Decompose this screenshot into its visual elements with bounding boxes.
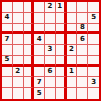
- sudoku-cell-r1c2[interactable]: [13, 2, 24, 13]
- sudoku-cell-r8c6[interactable]: [56, 77, 67, 88]
- sudoku-cell-r6c9[interactable]: [88, 56, 99, 67]
- sudoku-cell-r9c1[interactable]: [2, 88, 13, 99]
- sudoku-cell-r5c6[interactable]: [56, 45, 67, 56]
- sudoku-cell-r2c8[interactable]: [77, 13, 88, 24]
- sudoku-cell-r1c3[interactable]: [24, 2, 35, 13]
- sudoku-cell-r1c8[interactable]: [77, 2, 88, 13]
- sudoku-cell-r3c7[interactable]: [67, 24, 78, 35]
- sudoku-cell-r9c8[interactable]: [77, 88, 88, 99]
- sudoku-cell-r6c3[interactable]: [24, 56, 35, 67]
- sudoku-cell-r3c2[interactable]: [13, 24, 24, 35]
- sudoku-cell-r6c7[interactable]: [67, 56, 78, 67]
- sudoku-cell-r9c2[interactable]: [13, 88, 24, 99]
- sudoku-cell-r7c7[interactable]: 1: [67, 67, 78, 78]
- sudoku-cell-r8c2[interactable]: [13, 77, 24, 88]
- sudoku-cell-r7c2[interactable]: 2: [13, 67, 24, 78]
- sudoku-cell-r3c4[interactable]: [34, 24, 45, 35]
- sudoku-cell-r2c4[interactable]: [34, 13, 45, 24]
- sudoku-cell-r4c5[interactable]: [45, 34, 56, 45]
- sudoku-cell-r5c1[interactable]: [2, 45, 13, 56]
- sudoku-cell-r1c7[interactable]: [67, 2, 78, 13]
- sudoku-cell-r2c1[interactable]: 4: [2, 13, 13, 24]
- sudoku-cell-r9c6[interactable]: [56, 88, 67, 99]
- sudoku-cell-r3c1[interactable]: [2, 24, 13, 35]
- sudoku-cell-r2c9[interactable]: 5: [88, 13, 99, 24]
- sudoku-cell-r1c5[interactable]: 2: [45, 2, 56, 13]
- sudoku-cell-r7c1[interactable]: [2, 67, 13, 78]
- sudoku-cell-r4c8[interactable]: 6: [77, 34, 88, 45]
- sudoku-cell-r6c5[interactable]: [45, 56, 56, 67]
- sudoku-cell-r7c6[interactable]: [56, 67, 67, 78]
- sudoku-cell-r6c6[interactable]: [56, 56, 67, 67]
- sudoku-cell-r5c8[interactable]: [77, 45, 88, 56]
- sudoku-cell-r4c2[interactable]: [13, 34, 24, 45]
- sudoku-cell-r5c3[interactable]: [24, 45, 35, 56]
- sudoku-cell-r9c9[interactable]: [88, 88, 99, 99]
- sudoku-cell-r2c2[interactable]: [13, 13, 24, 24]
- sudoku-cell-r9c4[interactable]: 5: [34, 88, 45, 99]
- sudoku-cell-r3c6[interactable]: [56, 24, 67, 35]
- sudoku-cell-r8c7[interactable]: [67, 77, 78, 88]
- sudoku-cell-r5c5[interactable]: 3: [45, 45, 56, 56]
- sudoku-cell-r3c3[interactable]: [24, 24, 35, 35]
- sudoku-cell-r4c9[interactable]: [88, 34, 99, 45]
- sudoku-cell-r7c9[interactable]: [88, 67, 99, 78]
- sudoku-cell-r5c9[interactable]: [88, 45, 99, 56]
- sudoku-cell-r2c3[interactable]: [24, 13, 35, 24]
- sudoku-cell-r8c9[interactable]: 3: [88, 77, 99, 88]
- sudoku-cell-r7c3[interactable]: [24, 67, 35, 78]
- sudoku-cell-r9c3[interactable]: [24, 88, 35, 99]
- sudoku-cell-r4c4[interactable]: 4: [34, 34, 45, 45]
- sudoku-cell-r3c8[interactable]: 8: [77, 24, 88, 35]
- sudoku-cell-r4c3[interactable]: [24, 34, 35, 45]
- sudoku-cell-r8c1[interactable]: [2, 77, 13, 88]
- sudoku-cell-r6c4[interactable]: [34, 56, 45, 67]
- sudoku-cell-r3c9[interactable]: [88, 24, 99, 35]
- sudoku-cell-r1c4[interactable]: [34, 2, 45, 13]
- sudoku-board: 21458746325261735: [0, 0, 101, 101]
- sudoku-cell-r5c4[interactable]: [34, 45, 45, 56]
- sudoku-cell-r8c4[interactable]: 7: [34, 77, 45, 88]
- sudoku-cell-r4c6[interactable]: [56, 34, 67, 45]
- sudoku-cell-r9c5[interactable]: [45, 88, 56, 99]
- sudoku-cell-r1c6[interactable]: 1: [56, 2, 67, 13]
- sudoku-cell-r2c7[interactable]: [67, 13, 78, 24]
- sudoku-cell-r1c1[interactable]: [2, 2, 13, 13]
- sudoku-cell-r9c7[interactable]: [67, 88, 78, 99]
- sudoku-cell-r6c1[interactable]: 5: [2, 56, 13, 67]
- sudoku-cell-r8c3[interactable]: [24, 77, 35, 88]
- sudoku-cell-r6c8[interactable]: [77, 56, 88, 67]
- sudoku-cell-r5c7[interactable]: 2: [67, 45, 78, 56]
- sudoku-cell-r8c5[interactable]: [45, 77, 56, 88]
- sudoku-cell-r7c8[interactable]: [77, 67, 88, 78]
- sudoku-cell-r2c5[interactable]: [45, 13, 56, 24]
- sudoku-cell-r2c6[interactable]: [56, 13, 67, 24]
- sudoku-cell-r1c9[interactable]: [88, 2, 99, 13]
- sudoku-cell-r7c4[interactable]: [34, 67, 45, 78]
- sudoku-cell-r6c2[interactable]: [13, 56, 24, 67]
- sudoku-cell-r7c5[interactable]: 6: [45, 67, 56, 78]
- sudoku-cell-r5c2[interactable]: [13, 45, 24, 56]
- sudoku-cell-r8c8[interactable]: [77, 77, 88, 88]
- sudoku-cell-r3c5[interactable]: [45, 24, 56, 35]
- sudoku-cell-r4c1[interactable]: 7: [2, 34, 13, 45]
- sudoku-cell-r4c7[interactable]: [67, 34, 78, 45]
